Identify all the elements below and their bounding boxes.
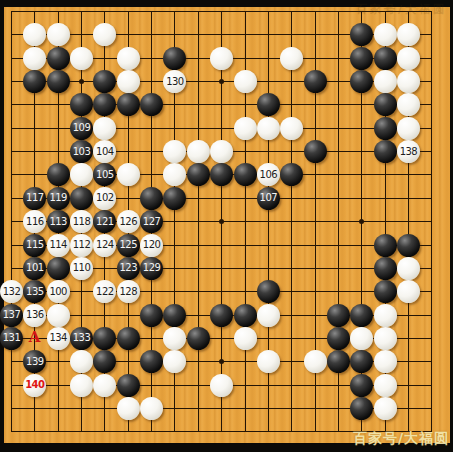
move-number: 104 xyxy=(96,147,114,157)
white-stone xyxy=(374,70,397,93)
black-stone xyxy=(374,117,397,140)
white-stone-move-128: 128 xyxy=(117,280,140,303)
black-stone xyxy=(93,350,116,373)
white-stone xyxy=(257,350,280,373)
black-stone xyxy=(93,327,116,350)
move-number: 117 xyxy=(26,193,44,203)
white-stone-move-104: 104 xyxy=(93,140,116,163)
move-number: 126 xyxy=(119,217,137,227)
black-stone-move-139: 139 xyxy=(23,350,46,373)
black-stone xyxy=(93,93,116,116)
white-stone xyxy=(397,280,420,303)
black-stone-move-107: 107 xyxy=(257,187,280,210)
black-stone xyxy=(350,374,373,397)
white-stone-move-116: 116 xyxy=(23,210,46,233)
black-stone-move-123: 123 xyxy=(117,257,140,280)
black-stone xyxy=(257,280,280,303)
white-stone xyxy=(117,70,140,93)
white-stone xyxy=(374,350,397,373)
white-stone-move-114: 114 xyxy=(47,234,70,257)
move-number: 130 xyxy=(166,77,184,87)
watermark-faint: 百家号/大福圆 xyxy=(356,2,447,17)
white-stone-move-120: 120 xyxy=(140,234,163,257)
move-number: 131 xyxy=(3,333,21,343)
white-stone xyxy=(93,374,116,397)
black-stone xyxy=(350,23,373,46)
black-stone-move-133: 133 xyxy=(70,327,93,350)
black-stone xyxy=(304,140,327,163)
white-stone-move-124: 124 xyxy=(93,234,116,257)
black-stone xyxy=(70,93,93,116)
black-stone xyxy=(374,280,397,303)
black-stone xyxy=(93,70,116,93)
white-stone xyxy=(234,70,257,93)
move-number: 136 xyxy=(26,310,44,320)
move-number: 123 xyxy=(119,263,137,273)
black-stone xyxy=(210,304,233,327)
black-stone-move-113: 113 xyxy=(47,210,70,233)
move-number: 118 xyxy=(73,217,91,227)
move-number: 115 xyxy=(26,240,44,250)
black-stone xyxy=(47,47,70,70)
move-number: 127 xyxy=(143,217,161,227)
move-number: 114 xyxy=(49,240,67,250)
white-stone xyxy=(163,163,186,186)
white-stone xyxy=(304,350,327,373)
white-stone xyxy=(23,23,46,46)
black-stone xyxy=(47,70,70,93)
go-board[interactable]: 1301091031041381051061171191021071161131… xyxy=(0,0,453,452)
white-stone xyxy=(374,374,397,397)
black-stone-move-117: 117 xyxy=(23,187,46,210)
white-stone xyxy=(374,23,397,46)
white-stone xyxy=(187,140,210,163)
move-number: 105 xyxy=(96,170,114,180)
black-stone-move-121: 121 xyxy=(93,210,116,233)
white-stone xyxy=(210,374,233,397)
black-stone xyxy=(117,374,140,397)
black-stone xyxy=(234,163,257,186)
white-stone xyxy=(47,304,70,327)
black-stone-move-119: 119 xyxy=(47,187,70,210)
white-stone-move-126: 126 xyxy=(117,210,140,233)
black-stone xyxy=(374,140,397,163)
star-point xyxy=(79,79,84,84)
move-number: 140 xyxy=(25,380,44,390)
white-stone xyxy=(70,47,93,70)
black-stone xyxy=(350,47,373,70)
move-number: 128 xyxy=(119,287,137,297)
black-stone xyxy=(257,93,280,116)
black-stone xyxy=(140,350,163,373)
white-stone xyxy=(210,140,233,163)
move-number: 103 xyxy=(73,147,91,157)
black-stone-move-127: 127 xyxy=(140,210,163,233)
white-stone xyxy=(257,304,280,327)
white-stone xyxy=(210,47,233,70)
move-number: 137 xyxy=(3,310,21,320)
move-number: 129 xyxy=(143,263,161,273)
move-number: 120 xyxy=(143,240,161,250)
white-stone-move-138: 138 xyxy=(397,140,420,163)
move-number: 100 xyxy=(49,287,67,297)
white-stone xyxy=(374,397,397,420)
move-number: 116 xyxy=(26,217,44,227)
white-stone-move-122: 122 xyxy=(93,280,116,303)
white-stone xyxy=(234,327,257,350)
black-stone xyxy=(140,187,163,210)
move-number: 135 xyxy=(26,287,44,297)
white-stone xyxy=(374,304,397,327)
white-stone-move-102: 102 xyxy=(93,187,116,210)
black-stone xyxy=(374,234,397,257)
black-stone-move-131: 131 xyxy=(0,327,23,350)
black-stone xyxy=(163,187,186,210)
white-stone xyxy=(397,257,420,280)
black-stone-move-109: 109 xyxy=(70,117,93,140)
white-stone xyxy=(117,163,140,186)
star-point xyxy=(219,359,224,364)
star-point xyxy=(359,219,364,224)
black-stone xyxy=(70,187,93,210)
black-stone xyxy=(117,93,140,116)
white-stone-move-110: 110 xyxy=(70,257,93,280)
black-stone xyxy=(374,93,397,116)
star-point xyxy=(219,219,224,224)
grid-line-vertical xyxy=(291,11,292,432)
white-stone-move-118: 118 xyxy=(70,210,93,233)
black-stone xyxy=(327,327,350,350)
black-stone xyxy=(327,350,350,373)
black-stone xyxy=(140,93,163,116)
white-stone xyxy=(70,374,93,397)
black-stone xyxy=(210,163,233,186)
white-stone xyxy=(280,47,303,70)
white-stone xyxy=(93,23,116,46)
white-stone xyxy=(163,140,186,163)
black-stone xyxy=(374,47,397,70)
white-stone xyxy=(374,327,397,350)
white-stone xyxy=(70,163,93,186)
black-stone-move-101: 101 xyxy=(23,257,46,280)
white-stone xyxy=(70,350,93,373)
black-stone xyxy=(327,304,350,327)
white-stone-move-134: 134 xyxy=(47,327,70,350)
white-stone xyxy=(93,117,116,140)
white-stone xyxy=(47,23,70,46)
white-stone-move-136: 136 xyxy=(23,304,46,327)
black-stone xyxy=(350,70,373,93)
white-stone xyxy=(234,117,257,140)
move-number: 113 xyxy=(49,217,67,227)
move-number: 124 xyxy=(96,240,114,250)
white-stone xyxy=(397,70,420,93)
star-point xyxy=(219,79,224,84)
black-stone xyxy=(47,163,70,186)
black-stone xyxy=(234,304,257,327)
black-stone-move-137: 137 xyxy=(0,304,23,327)
move-number: 102 xyxy=(96,193,114,203)
move-number: 125 xyxy=(119,240,137,250)
white-stone xyxy=(117,397,140,420)
white-stone xyxy=(397,23,420,46)
black-stone-move-103: 103 xyxy=(70,140,93,163)
black-stone-move-105: 105 xyxy=(93,163,116,186)
black-stone xyxy=(47,257,70,280)
white-stone-move-106: 106 xyxy=(257,163,280,186)
white-stone xyxy=(397,93,420,116)
white-stone xyxy=(163,327,186,350)
white-stone-move-130: 130 xyxy=(163,70,186,93)
grid-line-vertical xyxy=(431,11,432,432)
white-stone-move-140: 140 xyxy=(23,374,46,397)
move-number: 134 xyxy=(49,333,67,343)
move-number: 106 xyxy=(260,170,278,180)
move-number: 107 xyxy=(260,193,278,203)
black-stone xyxy=(374,257,397,280)
black-stone xyxy=(280,163,303,186)
black-stone-move-115: 115 xyxy=(23,234,46,257)
move-number: 109 xyxy=(73,123,91,133)
go-diagram: 1301091031041381051061171191021071161131… xyxy=(0,0,453,452)
annotation-marker-A: A xyxy=(29,330,41,345)
black-stone xyxy=(140,304,163,327)
grid-line-horizontal xyxy=(11,291,432,292)
white-stone-move-112: 112 xyxy=(70,234,93,257)
white-stone xyxy=(23,47,46,70)
move-number: 121 xyxy=(96,217,114,227)
black-stone xyxy=(163,304,186,327)
black-stone xyxy=(304,70,327,93)
white-stone xyxy=(257,117,280,140)
black-stone xyxy=(117,327,140,350)
black-stone xyxy=(350,304,373,327)
move-number: 133 xyxy=(73,333,91,343)
white-stone xyxy=(397,117,420,140)
black-stone-move-129: 129 xyxy=(140,257,163,280)
white-stone xyxy=(163,350,186,373)
black-stone xyxy=(23,70,46,93)
move-number: 112 xyxy=(73,240,91,250)
black-stone xyxy=(397,234,420,257)
watermark: 百家号/大福圆 xyxy=(353,430,449,448)
white-stone-move-132: 132 xyxy=(0,280,23,303)
white-stone-move-100: 100 xyxy=(47,280,70,303)
white-stone xyxy=(397,47,420,70)
black-stone xyxy=(350,350,373,373)
white-stone xyxy=(280,117,303,140)
black-stone-move-125: 125 xyxy=(117,234,140,257)
move-number: 138 xyxy=(400,147,418,157)
move-number: 101 xyxy=(26,263,44,273)
move-number: 119 xyxy=(49,193,67,203)
white-stone xyxy=(140,397,163,420)
white-stone xyxy=(350,327,373,350)
white-stone xyxy=(117,47,140,70)
black-stone xyxy=(187,163,210,186)
black-stone xyxy=(187,327,210,350)
move-number: 139 xyxy=(26,357,44,367)
move-number: 110 xyxy=(73,263,91,273)
move-number: 122 xyxy=(96,287,114,297)
black-stone xyxy=(350,397,373,420)
black-stone xyxy=(163,47,186,70)
black-stone-move-135: 135 xyxy=(23,280,46,303)
move-number: 132 xyxy=(3,287,21,297)
